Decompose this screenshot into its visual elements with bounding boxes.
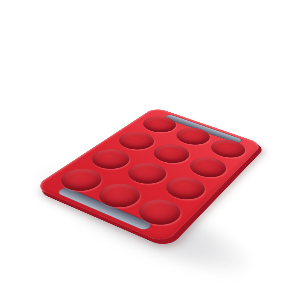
muffin-cup-grid (33, 107, 155, 187)
muffin-cup (121, 159, 173, 188)
muffin-pan (33, 107, 263, 244)
product-photo (0, 0, 300, 300)
